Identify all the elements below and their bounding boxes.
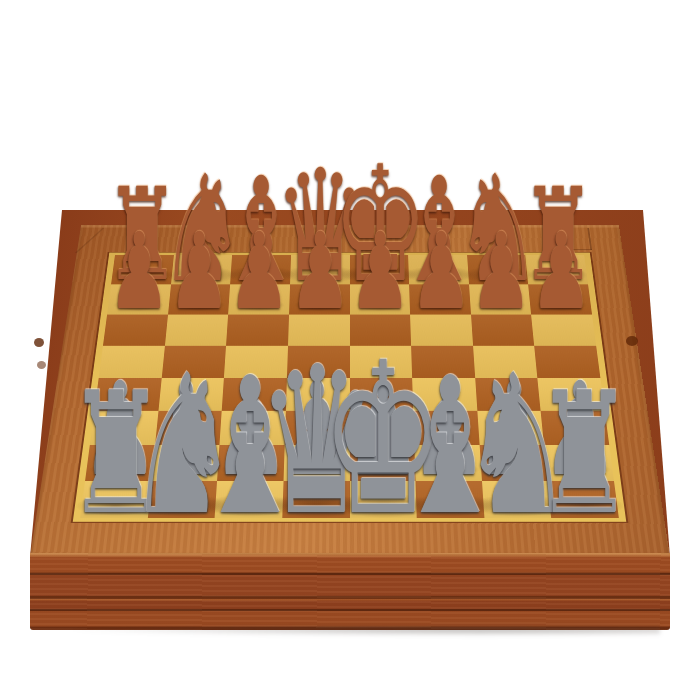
piece-copper-pawn-b7[interactable]: ♟ bbox=[168, 219, 231, 325]
chess-set-photo: ♜♞♝♛♚♝♞♜♟♟♟♟♟♟♟♟♟♟♟♟♟♟♟♟♜♞♝♛♚♝♞♜ bbox=[0, 0, 700, 700]
piece-copper-pawn-e7[interactable]: ♟ bbox=[349, 219, 412, 325]
piece-silver-rook-h1[interactable]: ♜ bbox=[535, 370, 634, 538]
piece-copper-pawn-d7[interactable]: ♟ bbox=[288, 219, 351, 325]
pieces-layer: ♜♞♝♛♚♝♞♜♟♟♟♟♟♟♟♟♟♟♟♟♟♟♟♟♜♞♝♛♚♝♞♜ bbox=[0, 0, 700, 700]
piece-copper-pawn-f7[interactable]: ♟ bbox=[409, 219, 472, 325]
piece-copper-pawn-a7[interactable]: ♟ bbox=[107, 219, 170, 325]
piece-copper-pawn-h7[interactable]: ♟ bbox=[530, 219, 593, 325]
piece-copper-pawn-g7[interactable]: ♟ bbox=[469, 219, 532, 325]
piece-copper-pawn-c7[interactable]: ♟ bbox=[228, 219, 291, 325]
